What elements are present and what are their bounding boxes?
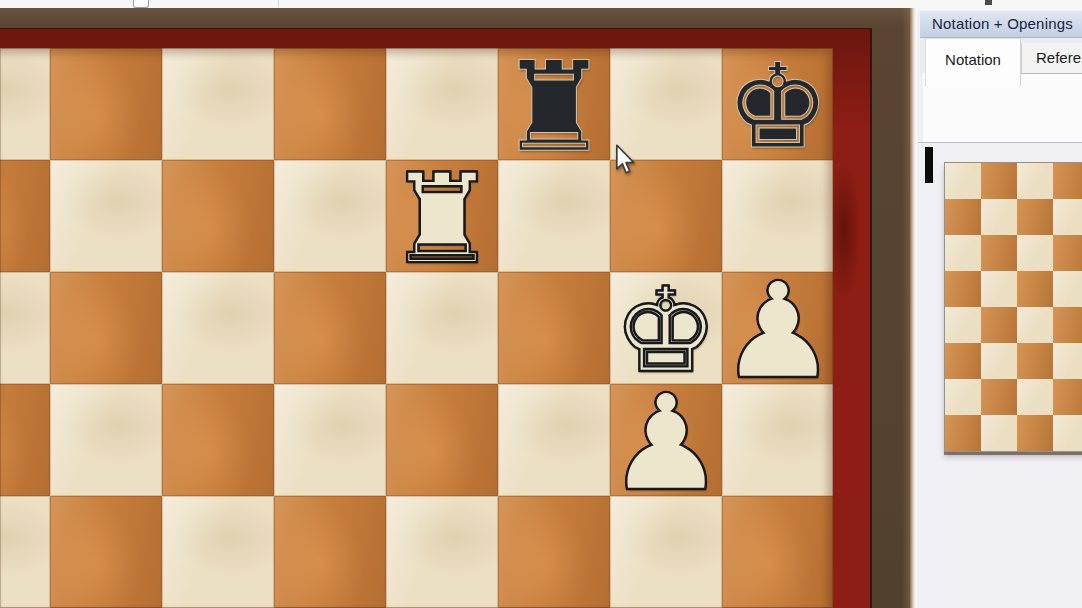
square-f5[interactable]: [498, 384, 610, 496]
black-king-h8[interactable]: ♚: [726, 48, 831, 165]
preview-square-d3: [1053, 343, 1082, 379]
square-g4[interactable]: [610, 496, 722, 608]
square-h5[interactable]: [722, 384, 833, 496]
square-a4[interactable]: [0, 496, 50, 608]
square-g7[interactable]: [610, 160, 722, 272]
square-f4[interactable]: [498, 496, 610, 608]
preview-square-b8: [981, 163, 1017, 199]
square-d5[interactable]: [274, 384, 386, 496]
square-f8[interactable]: ♜: [498, 48, 610, 160]
preview-square-b5: [981, 271, 1017, 307]
square-d6[interactable]: [274, 272, 386, 384]
app-window: ♜♚♜♚♟♟ Notation + Openings Notation Refe…: [0, 0, 1082, 608]
square-c6[interactable]: [162, 272, 274, 384]
menu-bar-cropped: [0, 0, 1082, 8]
square-a5[interactable]: [0, 384, 50, 496]
white-pawn-h6[interactable]: ♟: [718, 265, 833, 398]
preview-square-c3: [1017, 343, 1053, 379]
panel-title-bar[interactable]: Notation + Openings: [920, 10, 1082, 38]
preview-square-d5: [1053, 271, 1082, 307]
notation-caret: [925, 147, 933, 183]
square-e4[interactable]: [386, 496, 498, 608]
preview-square-c2: [1017, 379, 1053, 415]
preview-square-d2: [1053, 379, 1082, 415]
square-b7[interactable]: [50, 160, 162, 272]
preview-square-d1: [1053, 415, 1082, 451]
square-h4[interactable]: [722, 496, 833, 608]
square-b8[interactable]: [50, 48, 162, 160]
black-rook-f8[interactable]: ♜: [498, 48, 609, 169]
square-f7[interactable]: [498, 160, 610, 272]
white-rook-e7[interactable]: ♜: [386, 157, 497, 281]
preview-square-d4: [1053, 307, 1082, 343]
tab-notation[interactable]: Notation: [925, 38, 1021, 86]
preview-square-d7: [1053, 199, 1082, 235]
panel-edge-highlight: [910, 8, 917, 608]
preview-square-d6: [1053, 235, 1082, 271]
square-b5[interactable]: [50, 384, 162, 496]
tab-reference[interactable]: Refere: [1021, 43, 1082, 74]
toolbar-fragment-icon: [133, 0, 149, 8]
preview-square-b7: [981, 199, 1017, 235]
panel-title: Notation + Openings: [932, 15, 1073, 32]
preview-square-c6: [1017, 235, 1053, 271]
notation-openings-panel: Notation + Openings Notation Refere: [917, 0, 1082, 608]
preview-square-b2: [981, 379, 1017, 415]
preview-square-c8: [1017, 163, 1053, 199]
white-pawn-g5[interactable]: ♟: [606, 377, 725, 510]
preview-square-b3: [981, 343, 1017, 379]
board-viewport: ♜♚♜♚♟♟: [0, 48, 833, 608]
square-d8[interactable]: [274, 48, 386, 160]
preview-square-b1: [981, 415, 1017, 451]
preview-square-c5: [1017, 271, 1053, 307]
tab-reference-label: Refere: [1036, 49, 1081, 66]
square-b6[interactable]: [50, 272, 162, 384]
square-a7[interactable]: [0, 160, 50, 272]
preview-square-a5: [945, 271, 981, 307]
preview-board: [944, 162, 1082, 452]
preview-square-a3: [945, 343, 981, 379]
toolbar-fragment-icon: [985, 0, 992, 5]
square-c4[interactable]: [162, 496, 274, 608]
square-h6[interactable]: ♟: [722, 272, 833, 384]
square-h8[interactable]: ♚: [722, 48, 833, 160]
preview-square-b4: [981, 307, 1017, 343]
preview-square-a2: [945, 379, 981, 415]
preview-square-a1: [945, 415, 981, 451]
preview-square-c4: [1017, 307, 1053, 343]
square-e6[interactable]: [386, 272, 498, 384]
preview-square-d8: [1053, 163, 1082, 199]
tab-notation-label: Notation: [945, 51, 1001, 68]
preview-square-a7: [945, 199, 981, 235]
square-a8[interactable]: [0, 48, 50, 160]
square-g5[interactable]: ♟: [610, 384, 722, 496]
square-c8[interactable]: [162, 48, 274, 160]
preview-square-a4: [945, 307, 981, 343]
preview-square-b6: [981, 235, 1017, 271]
square-e7[interactable]: ♜: [386, 160, 498, 272]
mouse-cursor-icon: [615, 144, 637, 176]
preview-square-c1: [1017, 415, 1053, 451]
preview-square-a8: [945, 163, 981, 199]
square-c5[interactable]: [162, 384, 274, 496]
square-d7[interactable]: [274, 160, 386, 272]
square-b4[interactable]: [50, 496, 162, 608]
preview-square-a6: [945, 235, 981, 271]
square-e8[interactable]: [386, 48, 498, 160]
square-c7[interactable]: [162, 160, 274, 272]
preview-square-c7: [1017, 199, 1053, 235]
chess-board-area: ♜♚♜♚♟♟: [0, 8, 917, 608]
square-e5[interactable]: [386, 384, 498, 496]
square-a6[interactable]: [0, 272, 50, 384]
menu-divider: [278, 0, 279, 7]
square-d4[interactable]: [274, 496, 386, 608]
square-f6[interactable]: [498, 272, 610, 384]
chess-board[interactable]: ♜♚♜♚♟♟: [0, 48, 833, 608]
